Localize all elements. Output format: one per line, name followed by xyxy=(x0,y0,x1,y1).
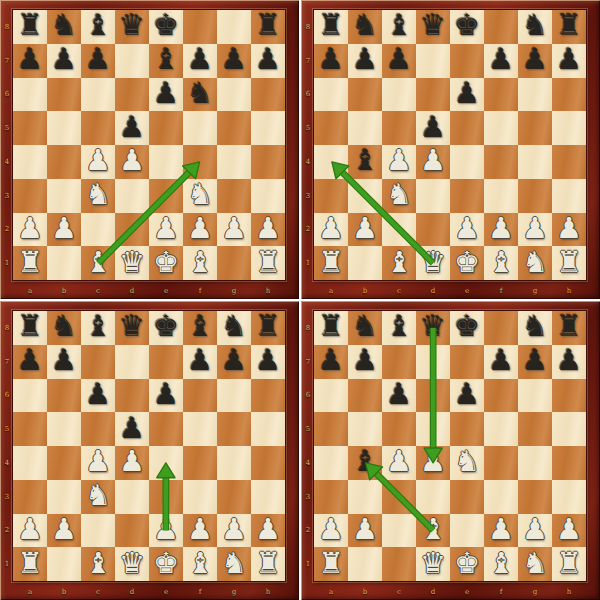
file-label-e: e xyxy=(450,284,484,297)
square-c7[interactable]: ♟ xyxy=(382,44,416,78)
square-c6[interactable] xyxy=(382,78,416,112)
square-e4[interactable] xyxy=(149,446,183,480)
square-d3[interactable] xyxy=(416,179,450,213)
square-a6[interactable] xyxy=(13,78,47,112)
square-f1[interactable]: ♝ xyxy=(183,547,217,581)
square-b7[interactable]: ♟ xyxy=(47,44,81,78)
square-a5[interactable] xyxy=(314,412,348,446)
square-d2[interactable] xyxy=(416,213,450,247)
square-e4[interactable]: ♞ xyxy=(450,446,484,480)
square-e7[interactable] xyxy=(450,345,484,379)
white-rook: ♜ xyxy=(255,549,281,578)
square-f6[interactable] xyxy=(484,78,518,112)
square-b7[interactable]: ♟ xyxy=(348,44,382,78)
square-e6[interactable]: ♟ xyxy=(450,379,484,413)
square-f5[interactable] xyxy=(183,111,217,145)
square-h1[interactable]: ♜ xyxy=(251,246,285,280)
square-h5[interactable] xyxy=(251,111,285,145)
white-knight: ♞ xyxy=(522,248,548,277)
square-c3[interactable] xyxy=(382,480,416,514)
square-d6[interactable] xyxy=(115,379,149,413)
square-e8[interactable]: ♚ xyxy=(450,311,484,345)
file-label-e: e xyxy=(450,585,484,598)
square-c3[interactable]: ♞ xyxy=(81,179,115,213)
square-b4[interactable] xyxy=(47,446,81,480)
black-knight: ♞ xyxy=(522,11,548,40)
square-a8[interactable]: ♜ xyxy=(314,311,348,345)
file-label-b: b xyxy=(47,284,81,297)
square-f4[interactable] xyxy=(183,446,217,480)
square-e8[interactable]: ♚ xyxy=(450,10,484,44)
square-d5[interactable]: ♟ xyxy=(115,412,149,446)
square-g2[interactable]: ♟ xyxy=(518,514,552,548)
square-g1[interactable]: ♞ xyxy=(217,547,251,581)
square-f4[interactable] xyxy=(484,145,518,179)
square-b3[interactable] xyxy=(47,480,81,514)
square-g3[interactable] xyxy=(518,480,552,514)
square-b2[interactable]: ♟ xyxy=(348,213,382,247)
square-g7[interactable]: ♟ xyxy=(518,345,552,379)
square-b2[interactable]: ♟ xyxy=(47,213,81,247)
square-a3[interactable] xyxy=(13,480,47,514)
rank-labels: 87654321 xyxy=(302,10,314,280)
white-bishop: ♝ xyxy=(488,549,514,578)
square-h5[interactable] xyxy=(552,111,586,145)
square-f8[interactable] xyxy=(484,10,518,44)
square-h6[interactable] xyxy=(552,78,586,112)
square-c5[interactable] xyxy=(382,412,416,446)
square-h1[interactable]: ♜ xyxy=(552,547,586,581)
square-b5[interactable] xyxy=(47,412,81,446)
white-pawn: ♟ xyxy=(488,515,514,544)
square-h8[interactable]: ♜ xyxy=(552,311,586,345)
white-pawn: ♟ xyxy=(352,515,378,544)
square-f4[interactable] xyxy=(484,446,518,480)
square-f3[interactable] xyxy=(484,480,518,514)
square-h3[interactable] xyxy=(251,480,285,514)
square-e6[interactable]: ♟ xyxy=(149,379,183,413)
square-g5[interactable] xyxy=(518,412,552,446)
square-c2[interactable] xyxy=(81,213,115,247)
square-a3[interactable] xyxy=(13,179,47,213)
square-c5[interactable] xyxy=(382,111,416,145)
rank-label-8: 8 xyxy=(1,10,13,44)
square-c2[interactable] xyxy=(81,514,115,548)
square-a5[interactable] xyxy=(13,111,47,145)
square-a7[interactable]: ♟ xyxy=(13,44,47,78)
square-e6[interactable]: ♟ xyxy=(149,78,183,112)
square-a5[interactable] xyxy=(314,111,348,145)
square-c5[interactable] xyxy=(81,412,115,446)
square-h7[interactable]: ♟ xyxy=(251,345,285,379)
square-h3[interactable] xyxy=(552,480,586,514)
square-g5[interactable] xyxy=(217,412,251,446)
square-f8[interactable] xyxy=(484,311,518,345)
square-g1[interactable] xyxy=(217,246,251,280)
square-d6[interactable] xyxy=(115,78,149,112)
black-bishop: ♝ xyxy=(386,312,412,341)
square-b1[interactable] xyxy=(47,246,81,280)
square-c3[interactable]: ♞ xyxy=(81,480,115,514)
square-b3[interactable] xyxy=(47,179,81,213)
square-g7[interactable]: ♟ xyxy=(217,44,251,78)
black-pawn: ♟ xyxy=(51,346,77,375)
square-e3[interactable] xyxy=(450,179,484,213)
file-label-b: b xyxy=(348,284,382,297)
square-e2[interactable]: ♟ xyxy=(149,213,183,247)
square-e7[interactable]: ♝ xyxy=(149,44,183,78)
square-h6[interactable] xyxy=(251,78,285,112)
white-pawn: ♟ xyxy=(221,214,247,243)
square-f7[interactable]: ♟ xyxy=(183,345,217,379)
square-b8[interactable]: ♞ xyxy=(47,311,81,345)
square-b3[interactable] xyxy=(348,179,382,213)
square-d5[interactable]: ♟ xyxy=(115,111,149,145)
square-g7[interactable]: ♟ xyxy=(518,44,552,78)
square-c2[interactable] xyxy=(382,514,416,548)
square-f4[interactable] xyxy=(183,145,217,179)
square-h8[interactable]: ♜ xyxy=(251,10,285,44)
white-rook: ♜ xyxy=(556,248,582,277)
square-c2[interactable] xyxy=(382,213,416,247)
square-e7[interactable] xyxy=(149,345,183,379)
square-c8[interactable]: ♝ xyxy=(382,311,416,345)
square-a8[interactable]: ♜ xyxy=(13,311,47,345)
square-c6[interactable]: ♟ xyxy=(81,379,115,413)
square-c4[interactable]: ♟ xyxy=(81,446,115,480)
square-g4[interactable] xyxy=(217,145,251,179)
square-g6[interactable] xyxy=(518,379,552,413)
square-h4[interactable] xyxy=(251,446,285,480)
square-g8[interactable] xyxy=(217,10,251,44)
square-d5[interactable]: ♟ xyxy=(416,111,450,145)
square-f2[interactable]: ♟ xyxy=(484,514,518,548)
square-f5[interactable] xyxy=(183,412,217,446)
square-e3[interactable] xyxy=(149,179,183,213)
square-d7[interactable] xyxy=(416,345,450,379)
square-g8[interactable]: ♞ xyxy=(217,311,251,345)
square-d5[interactable] xyxy=(416,412,450,446)
square-a4[interactable] xyxy=(314,145,348,179)
square-b8[interactable]: ♞ xyxy=(348,10,382,44)
square-h6[interactable] xyxy=(552,379,586,413)
square-d2[interactable]: ♝ xyxy=(416,514,450,548)
square-d2[interactable] xyxy=(115,514,149,548)
square-f1[interactable]: ♝ xyxy=(183,246,217,280)
square-c1[interactable]: ♝ xyxy=(81,547,115,581)
square-d3[interactable] xyxy=(416,480,450,514)
square-g4[interactable] xyxy=(518,145,552,179)
square-f1[interactable]: ♝ xyxy=(484,246,518,280)
square-g2[interactable]: ♟ xyxy=(217,514,251,548)
square-d4[interactable]: ♟ xyxy=(115,145,149,179)
square-g5[interactable] xyxy=(518,111,552,145)
square-h2[interactable]: ♟ xyxy=(552,213,586,247)
file-label-f: f xyxy=(183,284,217,297)
square-g8[interactable]: ♞ xyxy=(518,10,552,44)
square-b2[interactable]: ♟ xyxy=(47,514,81,548)
square-a7[interactable]: ♟ xyxy=(314,345,348,379)
square-f7[interactable]: ♟ xyxy=(183,44,217,78)
square-d1[interactable]: ♛ xyxy=(115,547,149,581)
square-g4[interactable] xyxy=(518,446,552,480)
square-f8[interactable]: ♝ xyxy=(183,311,217,345)
file-label-f: f xyxy=(183,585,217,598)
square-h8[interactable]: ♜ xyxy=(251,311,285,345)
square-h2[interactable]: ♟ xyxy=(251,514,285,548)
square-g3[interactable] xyxy=(217,480,251,514)
square-b7[interactable]: ♟ xyxy=(348,345,382,379)
square-a5[interactable] xyxy=(13,412,47,446)
square-h2[interactable]: ♟ xyxy=(552,514,586,548)
square-h5[interactable] xyxy=(251,412,285,446)
square-h5[interactable] xyxy=(552,412,586,446)
square-c7[interactable] xyxy=(81,345,115,379)
rank-label-6: 6 xyxy=(302,78,314,112)
square-d1[interactable]: ♛ xyxy=(416,547,450,581)
square-d7[interactable] xyxy=(115,345,149,379)
square-h7[interactable]: ♟ xyxy=(552,44,586,78)
square-a6[interactable] xyxy=(314,78,348,112)
square-d2[interactable] xyxy=(115,213,149,247)
square-f2[interactable]: ♟ xyxy=(183,213,217,247)
square-g1[interactable]: ♞ xyxy=(518,246,552,280)
square-b1[interactable] xyxy=(348,547,382,581)
square-c4[interactable]: ♟ xyxy=(382,145,416,179)
square-f3[interactable] xyxy=(484,179,518,213)
square-g1[interactable]: ♞ xyxy=(518,547,552,581)
square-a8[interactable]: ♜ xyxy=(314,10,348,44)
square-h7[interactable]: ♟ xyxy=(251,44,285,78)
white-knight: ♞ xyxy=(187,180,213,209)
square-g3[interactable] xyxy=(518,179,552,213)
square-b8[interactable]: ♞ xyxy=(348,311,382,345)
black-queen: ♛ xyxy=(119,312,145,341)
square-e2[interactable]: ♟ xyxy=(450,213,484,247)
square-e3[interactable] xyxy=(149,480,183,514)
square-e8[interactable]: ♚ xyxy=(149,311,183,345)
square-b5[interactable] xyxy=(348,111,382,145)
file-label-f: f xyxy=(484,284,518,297)
square-h6[interactable] xyxy=(251,379,285,413)
square-b7[interactable]: ♟ xyxy=(47,345,81,379)
square-d6[interactable] xyxy=(416,78,450,112)
square-d4[interactable]: ♟ xyxy=(416,446,450,480)
square-f6[interactable] xyxy=(183,379,217,413)
black-knight: ♞ xyxy=(51,11,77,40)
square-h3[interactable] xyxy=(251,179,285,213)
black-bishop: ♝ xyxy=(352,146,378,175)
square-g5[interactable] xyxy=(217,111,251,145)
file-labels: abcdefgh xyxy=(13,284,285,297)
square-d6[interactable] xyxy=(416,379,450,413)
square-c1[interactable]: ♝ xyxy=(382,246,416,280)
square-e3[interactable] xyxy=(450,480,484,514)
white-rook: ♜ xyxy=(17,549,43,578)
square-b2[interactable]: ♟ xyxy=(348,514,382,548)
square-d7[interactable] xyxy=(115,44,149,78)
square-g2[interactable]: ♟ xyxy=(518,213,552,247)
square-d8[interactable]: ♛ xyxy=(115,10,149,44)
square-b5[interactable] xyxy=(348,412,382,446)
square-c6[interactable]: ♟ xyxy=(382,379,416,413)
file-label-h: h xyxy=(251,585,285,598)
square-f5[interactable] xyxy=(484,111,518,145)
square-c7[interactable]: ♟ xyxy=(81,44,115,78)
square-e5[interactable] xyxy=(149,412,183,446)
square-b4[interactable]: ♝ xyxy=(348,446,382,480)
square-g3[interactable] xyxy=(217,179,251,213)
square-c4[interactable]: ♟ xyxy=(81,145,115,179)
square-e5[interactable] xyxy=(149,111,183,145)
square-f8[interactable] xyxy=(183,10,217,44)
square-a1[interactable]: ♜ xyxy=(13,547,47,581)
square-b8[interactable]: ♞ xyxy=(47,10,81,44)
square-d4[interactable]: ♟ xyxy=(115,446,149,480)
square-f5[interactable] xyxy=(484,412,518,446)
square-g7[interactable]: ♟ xyxy=(217,345,251,379)
square-c4[interactable]: ♟ xyxy=(382,446,416,480)
black-bishop: ♝ xyxy=(187,312,213,341)
square-g6[interactable] xyxy=(217,78,251,112)
square-g6[interactable] xyxy=(518,78,552,112)
square-a7[interactable]: ♟ xyxy=(314,44,348,78)
square-b6[interactable] xyxy=(348,78,382,112)
square-d8[interactable]: ♛ xyxy=(416,311,450,345)
square-e1[interactable]: ♚ xyxy=(149,547,183,581)
square-h1[interactable]: ♜ xyxy=(251,547,285,581)
black-bishop: ♝ xyxy=(352,447,378,476)
black-queen: ♛ xyxy=(420,11,446,40)
square-f3[interactable] xyxy=(183,480,217,514)
square-f7[interactable]: ♟ xyxy=(484,44,518,78)
square-h1[interactable]: ♜ xyxy=(552,246,586,280)
square-f3[interactable]: ♞ xyxy=(183,179,217,213)
square-a8[interactable]: ♜ xyxy=(13,10,47,44)
square-c8[interactable]: ♝ xyxy=(81,10,115,44)
square-a3[interactable] xyxy=(314,480,348,514)
square-h8[interactable]: ♜ xyxy=(552,10,586,44)
square-c5[interactable] xyxy=(81,111,115,145)
square-h4[interactable] xyxy=(552,446,586,480)
square-a2[interactable]: ♟ xyxy=(13,213,47,247)
square-f2[interactable]: ♟ xyxy=(484,213,518,247)
square-g8[interactable]: ♞ xyxy=(518,311,552,345)
square-e4[interactable] xyxy=(450,145,484,179)
square-e8[interactable]: ♚ xyxy=(149,10,183,44)
square-h7[interactable]: ♟ xyxy=(552,345,586,379)
square-e5[interactable] xyxy=(450,111,484,145)
square-b5[interactable] xyxy=(47,111,81,145)
square-a6[interactable] xyxy=(314,379,348,413)
square-h3[interactable] xyxy=(552,179,586,213)
square-a3[interactable] xyxy=(314,179,348,213)
chessboard-bottom-left: 87654321 ♜♞♝♛♚♝♞♜♟♟♟♟♟♟♟♟♟♟♞♟♟♟♟♟♟♜♝♛♚♝♞… xyxy=(0,301,299,600)
square-b1[interactable] xyxy=(47,547,81,581)
square-b6[interactable] xyxy=(348,379,382,413)
black-knight: ♞ xyxy=(221,312,247,341)
square-c1[interactable] xyxy=(382,547,416,581)
square-e1[interactable]: ♚ xyxy=(149,246,183,280)
rank-label-2: 2 xyxy=(302,213,314,247)
square-a1[interactable]: ♜ xyxy=(314,547,348,581)
square-c8[interactable]: ♝ xyxy=(81,311,115,345)
square-e1[interactable]: ♚ xyxy=(450,547,484,581)
square-g2[interactable]: ♟ xyxy=(217,213,251,247)
square-e7[interactable] xyxy=(450,44,484,78)
square-a2[interactable]: ♟ xyxy=(13,514,47,548)
square-a1[interactable]: ♜ xyxy=(314,246,348,280)
square-d8[interactable]: ♛ xyxy=(416,10,450,44)
square-a6[interactable] xyxy=(13,379,47,413)
white-rook: ♜ xyxy=(318,248,344,277)
square-c3[interactable]: ♞ xyxy=(382,179,416,213)
square-e2[interactable]: ♟ xyxy=(149,514,183,548)
square-a2[interactable]: ♟ xyxy=(314,213,348,247)
square-b6[interactable] xyxy=(47,78,81,112)
square-b4[interactable]: ♝ xyxy=(348,145,382,179)
square-b3[interactable] xyxy=(348,480,382,514)
square-f2[interactable]: ♟ xyxy=(183,514,217,548)
square-e5[interactable] xyxy=(450,412,484,446)
square-a2[interactable]: ♟ xyxy=(314,514,348,548)
square-e4[interactable] xyxy=(149,145,183,179)
white-king: ♚ xyxy=(454,549,480,578)
square-d4[interactable]: ♟ xyxy=(416,145,450,179)
square-d1[interactable]: ♛ xyxy=(115,246,149,280)
square-f1[interactable]: ♝ xyxy=(484,547,518,581)
rank-labels: 87654321 xyxy=(1,10,13,280)
square-h4[interactable] xyxy=(552,145,586,179)
square-a7[interactable]: ♟ xyxy=(13,345,47,379)
square-d3[interactable] xyxy=(115,179,149,213)
rank-label-6: 6 xyxy=(1,78,13,112)
square-e1[interactable]: ♚ xyxy=(450,246,484,280)
white-knight: ♞ xyxy=(522,549,548,578)
square-g6[interactable] xyxy=(217,379,251,413)
square-a4[interactable] xyxy=(13,145,47,179)
black-rook: ♜ xyxy=(17,312,43,341)
black-rook: ♜ xyxy=(318,11,344,40)
square-b6[interactable] xyxy=(47,379,81,413)
square-e2[interactable] xyxy=(450,514,484,548)
square-e6[interactable]: ♟ xyxy=(450,78,484,112)
square-c6[interactable] xyxy=(81,78,115,112)
rank-label-7: 7 xyxy=(1,345,13,379)
square-h4[interactable] xyxy=(251,145,285,179)
square-h2[interactable]: ♟ xyxy=(251,213,285,247)
square-f6[interactable]: ♞ xyxy=(183,78,217,112)
square-f7[interactable]: ♟ xyxy=(484,345,518,379)
black-pawn: ♟ xyxy=(187,346,213,375)
chessboard-top-left: 87654321 ♜♞♝♛♚♜♟♟♟♝♟♟♟♟♞♟♟♟♞♞♟♟♟♟♟♟♜♝♛♚♝… xyxy=(0,0,299,299)
square-b1[interactable] xyxy=(348,246,382,280)
square-a4[interactable] xyxy=(314,446,348,480)
square-c1[interactable]: ♝ xyxy=(81,246,115,280)
square-g4[interactable] xyxy=(217,446,251,480)
square-d7[interactable] xyxy=(416,44,450,78)
square-a1[interactable]: ♜ xyxy=(13,246,47,280)
square-c7[interactable] xyxy=(382,345,416,379)
square-b4[interactable] xyxy=(47,145,81,179)
square-d8[interactable]: ♛ xyxy=(115,311,149,345)
white-king: ♚ xyxy=(153,248,179,277)
square-d3[interactable] xyxy=(115,480,149,514)
square-c8[interactable]: ♝ xyxy=(382,10,416,44)
square-f6[interactable] xyxy=(484,379,518,413)
square-d1[interactable]: ♛ xyxy=(416,246,450,280)
square-a4[interactable] xyxy=(13,446,47,480)
